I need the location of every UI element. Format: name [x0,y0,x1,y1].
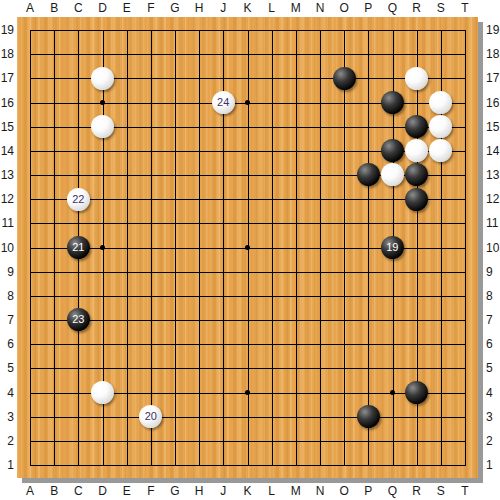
intersection-C19[interactable] [66,18,90,42]
intersection-F13[interactable] [139,163,163,187]
intersection-J5[interactable] [211,356,235,380]
intersection-D14[interactable] [90,139,114,163]
intersection-S5[interactable] [429,356,453,380]
intersection-Q1[interactable] [380,453,404,477]
intersection-N2[interactable] [308,429,332,453]
intersection-M19[interactable] [284,18,308,42]
intersection-A18[interactable] [18,42,42,66]
intersection-L17[interactable] [259,66,283,90]
intersection-C18[interactable] [66,42,90,66]
intersection-A16[interactable] [18,90,42,114]
intersection-B14[interactable] [42,139,66,163]
intersection-H19[interactable] [187,18,211,42]
intersection-K2[interactable] [235,429,259,453]
intersection-T1[interactable] [453,453,477,477]
intersection-G11[interactable] [163,211,187,235]
intersection-T18[interactable] [453,42,477,66]
intersection-D1[interactable] [90,453,114,477]
intersection-S7[interactable] [429,308,453,332]
intersection-E18[interactable] [115,42,139,66]
intersection-J8[interactable] [211,284,235,308]
intersection-S18[interactable] [429,42,453,66]
intersection-E15[interactable] [115,115,139,139]
intersection-N4[interactable] [308,380,332,404]
intersection-D18[interactable] [90,42,114,66]
intersection-O16[interactable] [332,90,356,114]
intersection-K5[interactable] [235,356,259,380]
intersection-L8[interactable] [259,284,283,308]
intersection-E1[interactable] [115,453,139,477]
intersection-O8[interactable] [332,284,356,308]
intersection-S13[interactable] [429,163,453,187]
intersection-M1[interactable] [284,453,308,477]
intersection-P9[interactable] [356,259,380,283]
intersection-P5[interactable] [356,356,380,380]
intersection-E9[interactable] [115,259,139,283]
intersection-R10[interactable] [404,235,428,259]
intersection-P6[interactable] [356,332,380,356]
intersection-M5[interactable] [284,356,308,380]
intersection-S15[interactable] [429,115,453,139]
intersection-J7[interactable] [211,308,235,332]
intersection-T19[interactable] [453,18,477,42]
intersection-R12[interactable] [404,187,428,211]
intersection-E17[interactable] [115,66,139,90]
intersection-N19[interactable] [308,18,332,42]
intersection-Q3[interactable] [380,404,404,428]
intersection-A12[interactable] [18,187,42,211]
intersection-H2[interactable] [187,429,211,453]
intersection-H18[interactable] [187,42,211,66]
intersection-O19[interactable] [332,18,356,42]
intersection-P2[interactable] [356,429,380,453]
intersection-F14[interactable] [139,139,163,163]
intersection-O9[interactable] [332,259,356,283]
intersection-T4[interactable] [453,380,477,404]
intersection-O12[interactable] [332,187,356,211]
intersection-J3[interactable] [211,404,235,428]
intersection-E10[interactable] [115,235,139,259]
intersection-B11[interactable] [42,211,66,235]
intersection-G5[interactable] [163,356,187,380]
intersection-P10[interactable] [356,235,380,259]
intersection-E7[interactable] [115,308,139,332]
intersection-M7[interactable] [284,308,308,332]
intersection-O6[interactable] [332,332,356,356]
intersection-S2[interactable] [429,429,453,453]
intersection-R16[interactable] [404,90,428,114]
intersection-E13[interactable] [115,163,139,187]
intersection-Q9[interactable] [380,259,404,283]
intersection-N14[interactable] [308,139,332,163]
intersection-P12[interactable] [356,187,380,211]
intersection-L3[interactable] [259,404,283,428]
intersection-S9[interactable] [429,259,453,283]
intersection-M4[interactable] [284,380,308,404]
intersection-C5[interactable] [66,356,90,380]
intersection-C9[interactable] [66,259,90,283]
intersection-B7[interactable] [42,308,66,332]
intersection-J4[interactable] [211,380,235,404]
intersection-G6[interactable] [163,332,187,356]
intersection-O11[interactable] [332,211,356,235]
intersection-N17[interactable] [308,66,332,90]
intersection-F18[interactable] [139,42,163,66]
intersection-T2[interactable] [453,429,477,453]
intersection-D2[interactable] [90,429,114,453]
intersection-A17[interactable] [18,66,42,90]
intersection-A9[interactable] [18,259,42,283]
intersection-K11[interactable] [235,211,259,235]
intersection-R18[interactable] [404,42,428,66]
intersection-N12[interactable] [308,187,332,211]
intersection-S12[interactable] [429,187,453,211]
intersection-C13[interactable] [66,163,90,187]
intersection-K8[interactable] [235,284,259,308]
intersection-Q10[interactable]: 19 [380,235,404,259]
intersection-S11[interactable] [429,211,453,235]
intersection-R5[interactable] [404,356,428,380]
intersection-A8[interactable] [18,284,42,308]
intersection-C6[interactable] [66,332,90,356]
intersection-H10[interactable] [187,235,211,259]
intersection-L11[interactable] [259,211,283,235]
intersection-J9[interactable] [211,259,235,283]
intersection-Q2[interactable] [380,429,404,453]
intersection-C16[interactable] [66,90,90,114]
intersection-P13[interactable] [356,163,380,187]
intersection-G15[interactable] [163,115,187,139]
intersection-J1[interactable] [211,453,235,477]
intersection-Q19[interactable] [380,18,404,42]
intersection-N10[interactable] [308,235,332,259]
intersection-E12[interactable] [115,187,139,211]
intersection-K12[interactable] [235,187,259,211]
intersection-F7[interactable] [139,308,163,332]
intersection-F6[interactable] [139,332,163,356]
intersection-H7[interactable] [187,308,211,332]
intersection-Q14[interactable] [380,139,404,163]
intersection-D8[interactable] [90,284,114,308]
intersection-T10[interactable] [453,235,477,259]
intersection-C8[interactable] [66,284,90,308]
intersection-D13[interactable] [90,163,114,187]
intersection-H15[interactable] [187,115,211,139]
intersection-C7[interactable]: 23 [66,308,90,332]
intersection-S10[interactable] [429,235,453,259]
intersection-L19[interactable] [259,18,283,42]
intersection-C12[interactable]: 22 [66,187,90,211]
intersection-D12[interactable] [90,187,114,211]
intersection-Q13[interactable] [380,163,404,187]
intersection-B12[interactable] [42,187,66,211]
intersection-T8[interactable] [453,284,477,308]
intersection-K1[interactable] [235,453,259,477]
intersection-H1[interactable] [187,453,211,477]
intersection-C1[interactable] [66,453,90,477]
intersection-J14[interactable] [211,139,235,163]
intersection-F2[interactable] [139,429,163,453]
intersection-D7[interactable] [90,308,114,332]
intersection-L14[interactable] [259,139,283,163]
intersection-P16[interactable] [356,90,380,114]
intersection-H6[interactable] [187,332,211,356]
intersection-F11[interactable] [139,211,163,235]
intersection-B10[interactable] [42,235,66,259]
intersection-M10[interactable] [284,235,308,259]
intersection-T14[interactable] [453,139,477,163]
intersection-P18[interactable] [356,42,380,66]
intersection-A2[interactable] [18,429,42,453]
intersection-G12[interactable] [163,187,187,211]
intersection-R7[interactable] [404,308,428,332]
intersection-R3[interactable] [404,404,428,428]
intersection-B17[interactable] [42,66,66,90]
intersection-D16[interactable] [90,90,114,114]
intersection-F1[interactable] [139,453,163,477]
intersection-G19[interactable] [163,18,187,42]
intersection-G17[interactable] [163,66,187,90]
intersection-N16[interactable] [308,90,332,114]
intersection-A5[interactable] [18,356,42,380]
intersection-D6[interactable] [90,332,114,356]
intersection-J10[interactable] [211,235,235,259]
intersection-E4[interactable] [115,380,139,404]
intersection-S16[interactable] [429,90,453,114]
intersection-K17[interactable] [235,66,259,90]
intersection-B1[interactable] [42,453,66,477]
intersection-T17[interactable] [453,66,477,90]
intersection-F17[interactable] [139,66,163,90]
intersection-G1[interactable] [163,453,187,477]
intersection-B4[interactable] [42,380,66,404]
intersection-A14[interactable] [18,139,42,163]
intersection-H16[interactable] [187,90,211,114]
intersection-G8[interactable] [163,284,187,308]
intersection-B13[interactable] [42,163,66,187]
intersection-Q5[interactable] [380,356,404,380]
intersection-O2[interactable] [332,429,356,453]
intersection-E14[interactable] [115,139,139,163]
intersection-J15[interactable] [211,115,235,139]
intersection-Q16[interactable] [380,90,404,114]
intersection-B16[interactable] [42,90,66,114]
intersection-C2[interactable] [66,429,90,453]
intersection-K9[interactable] [235,259,259,283]
intersection-G7[interactable] [163,308,187,332]
intersection-T9[interactable] [453,259,477,283]
intersection-B2[interactable] [42,429,66,453]
intersection-H14[interactable] [187,139,211,163]
intersection-O7[interactable] [332,308,356,332]
intersection-N1[interactable] [308,453,332,477]
intersection-J19[interactable] [211,18,235,42]
intersection-P4[interactable] [356,380,380,404]
intersection-J18[interactable] [211,42,235,66]
intersection-R1[interactable] [404,453,428,477]
intersection-G2[interactable] [163,429,187,453]
intersection-G4[interactable] [163,380,187,404]
intersection-B6[interactable] [42,332,66,356]
intersection-K7[interactable] [235,308,259,332]
intersection-F8[interactable] [139,284,163,308]
intersection-L7[interactable] [259,308,283,332]
intersection-E3[interactable] [115,404,139,428]
intersection-O17[interactable] [332,66,356,90]
intersection-O15[interactable] [332,115,356,139]
intersection-R8[interactable] [404,284,428,308]
intersection-O13[interactable] [332,163,356,187]
intersection-T15[interactable] [453,115,477,139]
intersection-G16[interactable] [163,90,187,114]
intersection-C15[interactable] [66,115,90,139]
intersection-J12[interactable] [211,187,235,211]
intersection-S4[interactable] [429,380,453,404]
intersection-Q11[interactable] [380,211,404,235]
intersection-J17[interactable] [211,66,235,90]
intersection-T16[interactable] [453,90,477,114]
intersection-N3[interactable] [308,404,332,428]
intersection-T5[interactable] [453,356,477,380]
intersection-M13[interactable] [284,163,308,187]
intersection-J11[interactable] [211,211,235,235]
intersection-P1[interactable] [356,453,380,477]
intersection-S17[interactable] [429,66,453,90]
intersection-L9[interactable] [259,259,283,283]
intersection-K4[interactable] [235,380,259,404]
intersection-N13[interactable] [308,163,332,187]
intersection-O14[interactable] [332,139,356,163]
intersection-K19[interactable] [235,18,259,42]
intersection-E11[interactable] [115,211,139,235]
intersection-G10[interactable] [163,235,187,259]
intersection-O5[interactable] [332,356,356,380]
intersection-Q8[interactable] [380,284,404,308]
intersection-T3[interactable] [453,404,477,428]
intersection-F5[interactable] [139,356,163,380]
intersection-M15[interactable] [284,115,308,139]
intersection-K15[interactable] [235,115,259,139]
intersection-A3[interactable] [18,404,42,428]
intersection-C11[interactable] [66,211,90,235]
intersection-D17[interactable] [90,66,114,90]
intersection-H17[interactable] [187,66,211,90]
intersection-Q7[interactable] [380,308,404,332]
intersection-M11[interactable] [284,211,308,235]
intersection-J6[interactable] [211,332,235,356]
intersection-F3[interactable]: 20 [139,404,163,428]
intersection-P19[interactable] [356,18,380,42]
intersection-A1[interactable] [18,453,42,477]
intersection-B19[interactable] [42,18,66,42]
intersection-M16[interactable] [284,90,308,114]
intersection-C4[interactable] [66,380,90,404]
intersection-A7[interactable] [18,308,42,332]
intersection-Q6[interactable] [380,332,404,356]
intersection-Q17[interactable] [380,66,404,90]
intersection-F16[interactable] [139,90,163,114]
intersection-L18[interactable] [259,42,283,66]
intersection-B15[interactable] [42,115,66,139]
intersection-C10[interactable]: 21 [66,235,90,259]
intersection-S19[interactable] [429,18,453,42]
intersection-T6[interactable] [453,332,477,356]
intersection-M12[interactable] [284,187,308,211]
intersection-H13[interactable] [187,163,211,187]
intersection-C17[interactable] [66,66,90,90]
intersection-D5[interactable] [90,356,114,380]
intersection-K18[interactable] [235,42,259,66]
intersection-P8[interactable] [356,284,380,308]
intersection-J2[interactable] [211,429,235,453]
intersection-P3[interactable] [356,404,380,428]
intersection-P15[interactable] [356,115,380,139]
intersection-R15[interactable] [404,115,428,139]
intersection-D9[interactable] [90,259,114,283]
intersection-S8[interactable] [429,284,453,308]
intersection-E2[interactable] [115,429,139,453]
intersection-D4[interactable] [90,380,114,404]
intersection-Q15[interactable] [380,115,404,139]
intersection-K13[interactable] [235,163,259,187]
intersection-N9[interactable] [308,259,332,283]
intersection-S1[interactable] [429,453,453,477]
intersection-R13[interactable] [404,163,428,187]
intersection-R17[interactable] [404,66,428,90]
intersection-K6[interactable] [235,332,259,356]
intersection-Q12[interactable] [380,187,404,211]
intersection-L5[interactable] [259,356,283,380]
intersection-G18[interactable] [163,42,187,66]
intersection-B18[interactable] [42,42,66,66]
intersection-O1[interactable] [332,453,356,477]
intersection-E5[interactable] [115,356,139,380]
intersection-L4[interactable] [259,380,283,404]
intersection-F12[interactable] [139,187,163,211]
intersection-N11[interactable] [308,211,332,235]
intersection-L16[interactable] [259,90,283,114]
intersection-O10[interactable] [332,235,356,259]
intersection-M8[interactable] [284,284,308,308]
intersection-L2[interactable] [259,429,283,453]
intersection-N7[interactable] [308,308,332,332]
intersection-K14[interactable] [235,139,259,163]
intersection-E16[interactable] [115,90,139,114]
intersection-H3[interactable] [187,404,211,428]
intersection-R11[interactable] [404,211,428,235]
intersection-K10[interactable] [235,235,259,259]
intersection-F19[interactable] [139,18,163,42]
intersection-D3[interactable] [90,404,114,428]
intersection-O4[interactable] [332,380,356,404]
intersection-Q18[interactable] [380,42,404,66]
intersection-R19[interactable] [404,18,428,42]
intersection-R4[interactable] [404,380,428,404]
intersection-G3[interactable] [163,404,187,428]
intersection-A4[interactable] [18,380,42,404]
intersection-S3[interactable] [429,404,453,428]
intersection-S14[interactable] [429,139,453,163]
intersection-H5[interactable] [187,356,211,380]
intersection-E6[interactable] [115,332,139,356]
intersection-N8[interactable] [308,284,332,308]
intersection-J16[interactable]: 24 [211,90,235,114]
intersection-L6[interactable] [259,332,283,356]
intersection-J13[interactable] [211,163,235,187]
intersection-F10[interactable] [139,235,163,259]
intersection-A19[interactable] [18,18,42,42]
intersection-T11[interactable] [453,211,477,235]
